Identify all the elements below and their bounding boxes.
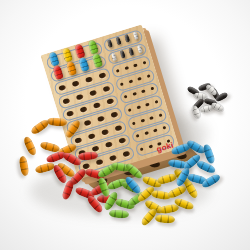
score-hole	[137, 77, 141, 81]
empty-slot	[150, 96, 162, 109]
guess-hole	[67, 111, 75, 118]
product-photo-scene: goki	[0, 0, 250, 250]
empty-slot	[142, 70, 154, 83]
guess-hole	[93, 103, 101, 110]
score-peg-black[interactable]	[115, 37, 121, 46]
loose-peg-orange[interactable]	[18, 155, 29, 176]
guess-hole	[106, 99, 114, 106]
loose-peg-orange[interactable]	[22, 135, 38, 157]
empty-slot	[118, 147, 134, 161]
guess-hole	[59, 84, 67, 91]
guess-hole	[85, 76, 93, 83]
score-hole	[128, 108, 132, 112]
guess-hole	[118, 138, 126, 145]
score-hole	[116, 69, 120, 73]
slot-with-peg	[134, 43, 146, 56]
guess-hole	[110, 112, 118, 119]
score-hole	[141, 90, 145, 94]
score-hole	[153, 129, 157, 133]
score-hole	[146, 74, 150, 78]
score-hole	[142, 61, 146, 65]
score-hole	[137, 106, 141, 110]
loose-peg-green[interactable]	[109, 209, 130, 219]
empty-slot	[138, 56, 150, 69]
code-peg-blue[interactable]	[78, 56, 90, 72]
loose-peg-blue[interactable]	[200, 173, 221, 190]
score-hole	[145, 103, 149, 107]
empty-slot	[154, 109, 166, 122]
score-hole	[132, 121, 136, 125]
guess-hole	[84, 120, 92, 127]
guess-hole	[96, 159, 104, 166]
loose-peg-orange[interactable]	[47, 117, 68, 127]
guess-hole	[63, 98, 71, 105]
score-hole	[124, 95, 128, 99]
loose-peg-white[interactable]	[191, 105, 201, 119]
score-hole	[120, 82, 124, 86]
score-peg-white[interactable]	[133, 31, 139, 40]
score-hole	[129, 79, 133, 83]
guess-hole	[109, 155, 117, 162]
guess-hole	[105, 142, 113, 149]
guess-hole	[98, 72, 106, 79]
score-peg-black[interactable]	[124, 34, 130, 43]
loose-peg-yellow[interactable]	[155, 214, 176, 224]
loose-peg-white[interactable]	[210, 101, 224, 112]
empty-slot	[146, 83, 158, 96]
score-hole	[133, 64, 137, 68]
guess-hole	[114, 125, 122, 132]
guess-hole	[97, 116, 105, 123]
guess-hole	[102, 85, 110, 92]
guess-hole	[88, 133, 96, 140]
score-peg-black[interactable]	[128, 47, 134, 56]
guess-hole	[122, 151, 130, 158]
score-hole	[133, 92, 137, 96]
score-hole	[141, 119, 145, 123]
score-hole	[125, 66, 129, 70]
guess-hole	[76, 94, 84, 101]
score-hole	[145, 132, 149, 136]
score-hole	[158, 113, 162, 117]
score-hole	[149, 145, 153, 149]
code-peg-green[interactable]	[92, 52, 104, 68]
score-hole	[136, 134, 140, 138]
score-peg-black[interactable]	[107, 40, 113, 49]
guess-hole	[80, 107, 88, 114]
score-hole	[140, 147, 144, 151]
guess-hole	[72, 80, 80, 87]
score-hole	[149, 116, 153, 120]
score-hole	[154, 100, 158, 104]
score-hole	[162, 126, 166, 130]
score-peg-black[interactable]	[119, 50, 125, 59]
code-peg-red[interactable]	[52, 65, 64, 81]
score-peg-white[interactable]	[137, 44, 143, 53]
slot-with-peg	[130, 30, 142, 43]
empty-slot	[158, 122, 170, 135]
guess-hole	[75, 137, 83, 144]
score-hole	[150, 87, 154, 91]
code-peg-orange[interactable]	[65, 61, 77, 77]
score-peg-white[interactable]	[111, 53, 117, 62]
storage-hole	[146, 159, 162, 168]
guess-hole	[101, 129, 109, 136]
guess-hole	[89, 89, 97, 96]
